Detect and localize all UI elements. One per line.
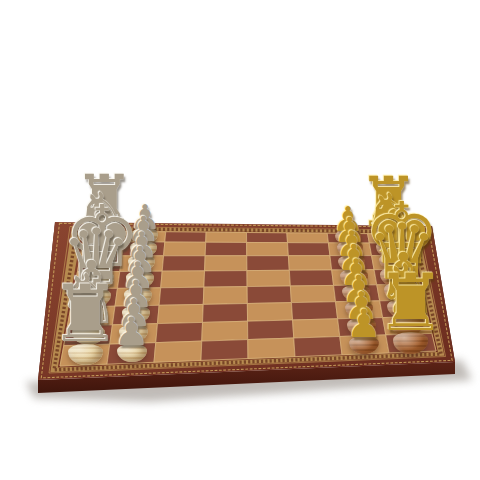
piece-glyph: ♜	[50, 275, 120, 354]
square-e5[interactable]	[247, 270, 290, 286]
square-e4[interactable]	[204, 271, 247, 288]
square-h4[interactable]	[206, 232, 247, 242]
square-c5[interactable]	[247, 303, 292, 322]
square-h5[interactable]	[247, 233, 288, 243]
square-d5[interactable]	[247, 286, 291, 304]
square-a5[interactable]	[248, 338, 295, 358]
square-g5[interactable]	[247, 242, 289, 255]
square-c4[interactable]	[203, 304, 248, 323]
square-b5[interactable]	[248, 320, 294, 340]
piece-glyph: ♟	[334, 304, 393, 343]
square-f5[interactable]	[247, 256, 290, 271]
square-h3[interactable]	[165, 232, 206, 243]
square-f4[interactable]	[205, 256, 247, 271]
square-d4[interactable]	[203, 287, 247, 305]
square-a4[interactable]	[201, 340, 248, 361]
square-g4[interactable]	[205, 242, 247, 255]
chess-set-photo: ♜♟♟♜♞♟♟♞♝♟♟♝♚♟♟♚♛♟♟♛♝♟♟♝♞♟♟♞♜♟♟♜	[0, 0, 480, 480]
square-b4[interactable]	[202, 321, 248, 341]
